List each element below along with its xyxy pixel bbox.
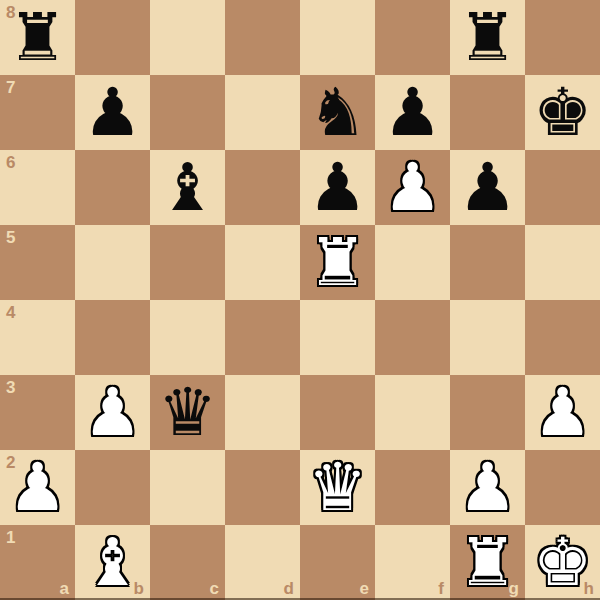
white-queen[interactable]: ♛ [308,450,367,525]
square-f4[interactable] [375,300,450,375]
file-label-c: c [210,580,219,597]
square-f7[interactable]: ♟ [375,75,450,150]
square-a3[interactable]: 3 [0,375,75,450]
rank-label-1: 1 [6,529,15,546]
white-rook[interactable]: ♜ [458,525,517,600]
square-g2[interactable]: ♟ [450,450,525,525]
square-a1[interactable]: 1a [0,525,75,600]
square-a7[interactable]: 7 [0,75,75,150]
square-f8[interactable] [375,0,450,75]
chessboard: 8♜♜7♟♞♟♚6♝♟♟♟5♜43♟♛♟2♟♛♟1ab♝cdefg♜h♚ [0,0,600,600]
square-d6[interactable] [225,150,300,225]
square-g4[interactable] [450,300,525,375]
square-h1[interactable]: h♚ [525,525,600,600]
black-queen[interactable]: ♛ [158,375,217,450]
square-b1[interactable]: b♝ [75,525,150,600]
file-label-e: e [360,580,369,597]
square-b6[interactable] [75,150,150,225]
square-e7[interactable]: ♞ [300,75,375,150]
black-rook[interactable]: ♜ [8,0,67,75]
black-rook[interactable]: ♜ [458,0,517,75]
square-e8[interactable] [300,0,375,75]
square-e1[interactable]: e [300,525,375,600]
square-b8[interactable] [75,0,150,75]
square-e6[interactable]: ♟ [300,150,375,225]
square-b3[interactable]: ♟ [75,375,150,450]
file-label-f: f [438,580,444,597]
square-g6[interactable]: ♟ [450,150,525,225]
white-pawn[interactable]: ♟ [458,450,517,525]
square-e5[interactable]: ♜ [300,225,375,300]
black-pawn[interactable]: ♟ [83,75,142,150]
square-d2[interactable] [225,450,300,525]
white-bishop[interactable]: ♝ [83,525,142,600]
square-b5[interactable] [75,225,150,300]
square-c3[interactable]: ♛ [150,375,225,450]
square-a6[interactable]: 6 [0,150,75,225]
square-b4[interactable] [75,300,150,375]
white-pawn[interactable]: ♟ [8,450,67,525]
square-c2[interactable] [150,450,225,525]
square-g1[interactable]: g♜ [450,525,525,600]
square-d4[interactable] [225,300,300,375]
square-a5[interactable]: 5 [0,225,75,300]
black-pawn[interactable]: ♟ [458,150,517,225]
square-f5[interactable] [375,225,450,300]
square-d8[interactable] [225,0,300,75]
square-h7[interactable]: ♚ [525,75,600,150]
square-g3[interactable] [450,375,525,450]
square-c8[interactable] [150,0,225,75]
white-king[interactable]: ♚ [533,525,592,600]
black-bishop[interactable]: ♝ [158,150,217,225]
square-a8[interactable]: 8♜ [0,0,75,75]
black-pawn[interactable]: ♟ [383,75,442,150]
white-rook[interactable]: ♜ [308,225,367,300]
square-f3[interactable] [375,375,450,450]
white-pawn[interactable]: ♟ [533,375,592,450]
square-f6[interactable]: ♟ [375,150,450,225]
square-h2[interactable] [525,450,600,525]
square-g7[interactable] [450,75,525,150]
black-king[interactable]: ♚ [533,75,592,150]
square-d5[interactable] [225,225,300,300]
square-c1[interactable]: c [150,525,225,600]
square-e3[interactable] [300,375,375,450]
file-label-d: d [284,580,294,597]
square-b2[interactable] [75,450,150,525]
square-d7[interactable] [225,75,300,150]
square-a2[interactable]: 2♟ [0,450,75,525]
square-b7[interactable]: ♟ [75,75,150,150]
black-knight[interactable]: ♞ [308,75,367,150]
square-h5[interactable] [525,225,600,300]
square-e4[interactable] [300,300,375,375]
square-c5[interactable] [150,225,225,300]
square-a4[interactable]: 4 [0,300,75,375]
rank-label-6: 6 [6,154,15,171]
square-f2[interactable] [375,450,450,525]
square-c6[interactable]: ♝ [150,150,225,225]
white-pawn[interactable]: ♟ [383,150,442,225]
square-c7[interactable] [150,75,225,150]
rank-label-7: 7 [6,79,15,96]
file-label-a: a [60,580,69,597]
square-h4[interactable] [525,300,600,375]
square-g8[interactable]: ♜ [450,0,525,75]
square-d3[interactable] [225,375,300,450]
square-h6[interactable] [525,150,600,225]
square-e2[interactable]: ♛ [300,450,375,525]
square-h8[interactable] [525,0,600,75]
white-pawn[interactable]: ♟ [83,375,142,450]
rank-label-4: 4 [6,304,15,321]
rank-label-3: 3 [6,379,15,396]
square-d1[interactable]: d [225,525,300,600]
black-pawn[interactable]: ♟ [308,150,367,225]
square-c4[interactable] [150,300,225,375]
square-h3[interactable]: ♟ [525,375,600,450]
square-g5[interactable] [450,225,525,300]
rank-label-5: 5 [6,229,15,246]
square-f1[interactable]: f [375,525,450,600]
